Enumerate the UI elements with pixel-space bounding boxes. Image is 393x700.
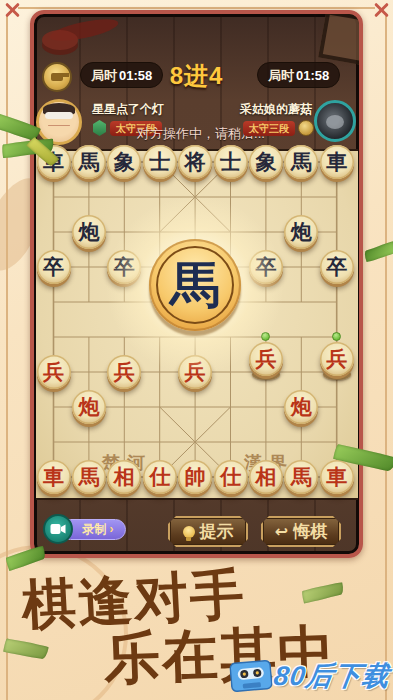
right-player-medal-icon	[298, 120, 314, 136]
hint-button[interactable]: 提示	[168, 516, 248, 547]
record-label: 录制	[83, 522, 107, 536]
piece-相-file7-rank9[interactable]: 相	[249, 460, 283, 494]
piece-車-file9-rank0[interactable]: 車	[320, 145, 354, 179]
watermark-text: 80后下载	[271, 658, 392, 694]
table-frame-decor	[318, 10, 363, 66]
xiangqi-board[interactable]: 楚河 漢界 車馬象士将士象馬車炮炮卒卒卒卒卒兵兵兵兵兵炮炮車馬相仕帥仕相馬車 馬	[36, 151, 358, 498]
big-moving-piece: 馬	[149, 239, 241, 331]
watermark: 80后下载	[230, 658, 390, 694]
piece-仕-file4-rank9[interactable]: 仕	[143, 460, 177, 494]
game-screen: 局时01:58 8进4 局时01:58 星星点了个灯 太守三段 对方操作中，请稍…	[30, 10, 363, 558]
video-camera-icon	[50, 523, 66, 535]
undo-button[interactable]: ↩ 悔棋	[261, 516, 341, 547]
undo-label: 悔棋	[293, 520, 327, 543]
leaf-decor	[301, 581, 345, 604]
leaf-decor	[363, 241, 393, 263]
piece-車-file9-rank9[interactable]: 車	[320, 460, 354, 494]
chevron-right-icon: ›	[110, 522, 114, 536]
undo-arrow-icon: ↩	[275, 522, 288, 541]
piece-仕-file6-rank9[interactable]: 仕	[214, 460, 248, 494]
piece-将-file5-rank0[interactable]: 将	[178, 145, 212, 179]
piece-兵-file9-rank6[interactable]: 兵	[320, 342, 354, 376]
big-piece-glyph: 馬	[170, 252, 220, 319]
right-timer-label: 局时	[268, 68, 294, 83]
piece-卒-file9-rank3[interactable]: 卒	[320, 250, 354, 284]
piece-士-file6-rank0[interactable]: 士	[214, 145, 248, 179]
piece-象-file7-rank0[interactable]: 象	[249, 145, 283, 179]
right-player-rank-badge: 太守三段	[243, 121, 295, 136]
left-player-name: 星星点了个灯	[92, 101, 164, 118]
right-timer-value: 01:58	[296, 68, 329, 83]
piece-帥-file5-rank9[interactable]: 帥	[178, 460, 212, 494]
piece-車-file1-rank9[interactable]: 車	[37, 460, 71, 494]
right-player-name: 采姑娘的蘑菇	[194, 101, 312, 118]
right-player-avatar[interactable]	[314, 100, 356, 142]
right-game-timer: 局时01:58	[257, 62, 340, 88]
cassette-tape-icon	[229, 657, 274, 695]
piece-卒-file1-rank3[interactable]: 卒	[37, 250, 71, 284]
piece-兵-file1-rank6[interactable]: 兵	[37, 355, 71, 389]
corner-ornament-icon	[4, 2, 20, 18]
corner-ornament-icon	[373, 2, 389, 18]
frame-right-line	[385, 16, 387, 700]
hint-label: 提示	[200, 520, 234, 543]
piece-炮-file2-rank2[interactable]: 炮	[72, 215, 106, 249]
piece-馬-file2-rank9[interactable]: 馬	[72, 460, 106, 494]
piece-炮-file2-rank7[interactable]: 炮	[72, 390, 106, 424]
piece-馬-file2-rank0[interactable]: 馬	[72, 145, 106, 179]
left-player-avatar[interactable]	[36, 99, 82, 145]
piece-士-file4-rank0[interactable]: 士	[143, 145, 177, 179]
lightbulb-icon	[183, 526, 195, 538]
frame-top-line	[18, 7, 375, 9]
table-coins-decor	[42, 30, 78, 50]
record-video-button[interactable]	[43, 514, 73, 544]
